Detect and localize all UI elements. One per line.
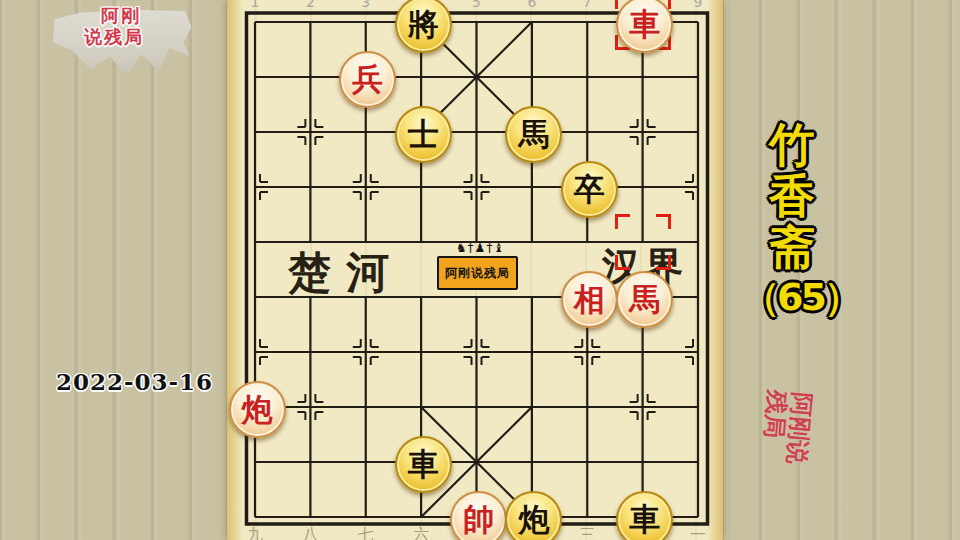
piece-black-卒[interactable]: 卒 bbox=[561, 161, 618, 218]
file-number-top-9: 9 bbox=[694, 0, 703, 10]
file-number-bottom-3: 七 bbox=[358, 525, 374, 540]
file-number-top-2: 2 bbox=[306, 0, 315, 10]
silhouette-icons: ♞†♟†♝ bbox=[433, 240, 528, 256]
piece-black-士[interactable]: 士 bbox=[395, 106, 452, 163]
date-label: 2022-03-16 bbox=[56, 368, 213, 395]
last-move-marker bbox=[615, 214, 671, 270]
file-number-bottom-7: 三 bbox=[579, 525, 595, 540]
file-number-bottom-4: 六 bbox=[413, 525, 429, 540]
piece-black-馬[interactable]: 馬 bbox=[505, 106, 562, 163]
file-number-top-5: 5 bbox=[472, 0, 481, 10]
red-seal-stamp: 阿刚说残局 bbox=[758, 389, 815, 469]
river-label-left: 楚河 bbox=[288, 244, 404, 302]
piece-red-炮[interactable]: 炮 bbox=[229, 381, 286, 438]
piece-red-馬[interactable]: 馬 bbox=[616, 271, 673, 328]
series-title: 竹 香 斋 （65） bbox=[742, 120, 842, 321]
piece-black-車[interactable]: 車 bbox=[395, 436, 452, 493]
channel-badge-line2: 说残局 bbox=[84, 25, 144, 49]
piece-red-兵[interactable]: 兵 bbox=[339, 51, 396, 108]
file-number-bottom-2: 八 bbox=[302, 525, 318, 540]
file-number-bottom-9: 一 bbox=[690, 525, 706, 540]
file-number-top-1: 1 bbox=[251, 0, 260, 10]
series-title-char2: 香 bbox=[742, 171, 842, 222]
piece-red-相[interactable]: 相 bbox=[561, 271, 618, 328]
series-title-char1: 竹 bbox=[742, 120, 842, 171]
file-number-bottom-1: 九 bbox=[247, 525, 263, 540]
file-number-top-3: 3 bbox=[361, 0, 370, 10]
file-number-top-7: 7 bbox=[583, 0, 592, 10]
series-title-char3: 斋 bbox=[742, 222, 842, 273]
series-title-number: （65） bbox=[742, 273, 842, 321]
channel-logo-banner: 阿刚说残局 bbox=[437, 256, 518, 290]
piece-black-將[interactable]: 將 bbox=[395, 0, 452, 53]
video-frame: 楚河 汉界 123456789九八七六五四三二一 將車兵士馬卒相馬炮車帥炮車 ♞… bbox=[0, 0, 960, 540]
piece-red-車[interactable]: 車 bbox=[616, 0, 673, 53]
file-number-top-6: 6 bbox=[527, 0, 536, 10]
